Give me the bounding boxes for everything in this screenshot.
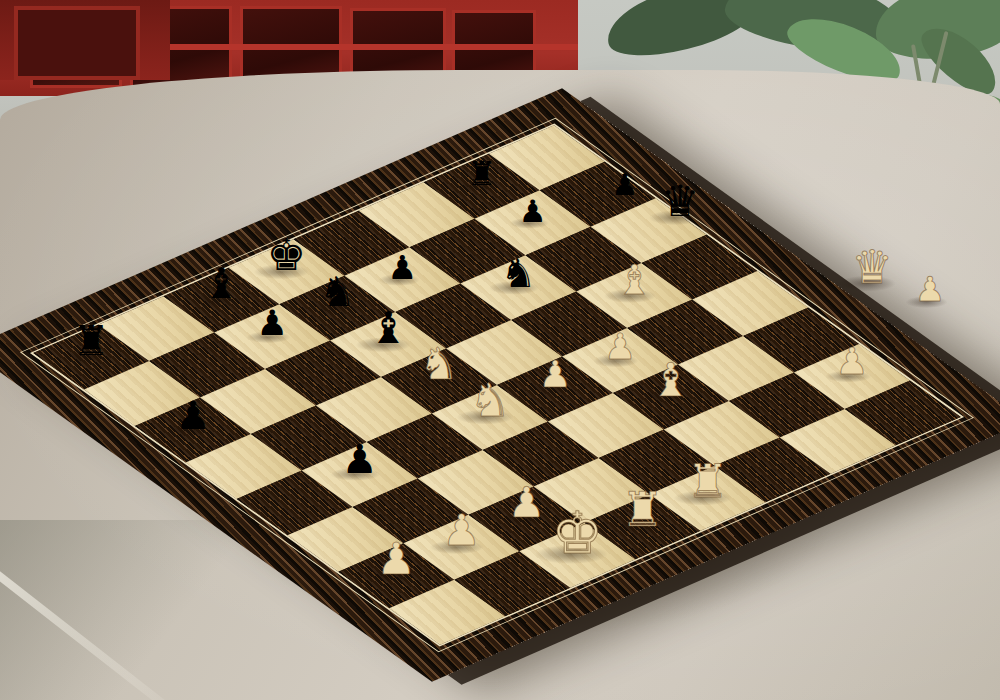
piece-white-knight-d5[interactable]: ♞ [419, 342, 458, 386]
captured-piece-white-queen[interactable]: ♛ [851, 244, 892, 290]
photo-scene: ♜♝♚♜♟♞♟♟♟♝♞♞♝♟♞♟♟♝♟♟♟♟♚♜♜♟♛♛♟ [0, 0, 1000, 700]
cabinet-left-section [0, 0, 170, 80]
piece-black-king-d8[interactable]: ♚ [267, 233, 306, 277]
piece-black-pawn-e7[interactable]: ♟ [388, 251, 418, 284]
piece-white-bishop-f3[interactable]: ♝ [650, 356, 691, 402]
piece-white-pawn-e4[interactable]: ♟ [538, 356, 571, 393]
piece-white-pawn-a2[interactable]: ♟ [377, 537, 416, 581]
piece-black-pawn-c7[interactable]: ♟ [257, 306, 288, 341]
piece-white-pawn-h2[interactable]: ♟ [835, 344, 868, 381]
piece-white-king-c1[interactable]: ♚ [551, 504, 603, 562]
piece-black-pawn-g7[interactable]: ♟ [519, 195, 547, 226]
piece-black-pawn-a6[interactable]: ♟ [175, 396, 210, 435]
captured-piece-black-pawn[interactable]: ♟ [612, 170, 639, 200]
piece-white-rook-e1[interactable]: ♜ [687, 458, 728, 504]
piece-black-rook-g8[interactable]: ♜ [467, 157, 497, 190]
cabinet-shelf [170, 44, 578, 50]
piece-black-bishop-c8[interactable]: ♝ [203, 263, 241, 305]
captured-piece-black-queen[interactable]: ♛ [661, 180, 700, 223]
piece-white-pawn-f4[interactable]: ♟ [604, 329, 636, 365]
piece-black-pawn-b4[interactable]: ♟ [342, 439, 378, 479]
piece-black-bishop-d6[interactable]: ♝ [368, 306, 407, 350]
piece-black-rook-a8[interactable]: ♜ [73, 321, 110, 362]
piece-white-knight-d4[interactable]: ♞ [469, 377, 510, 423]
captured-piece-white-pawn[interactable]: ♟ [915, 272, 945, 306]
piece-white-rook-d1[interactable]: ♜ [621, 485, 664, 533]
cabinet-left-panel [14, 6, 140, 80]
piece-white-pawn-c2[interactable]: ♟ [508, 482, 546, 524]
piece-white-bishop-g5[interactable]: ♝ [616, 259, 653, 300]
piece-black-knight-d7[interactable]: ♞ [319, 272, 356, 313]
piece-white-pawn-b2[interactable]: ♟ [442, 509, 481, 552]
piece-black-knight-f6[interactable]: ♞ [500, 252, 536, 292]
